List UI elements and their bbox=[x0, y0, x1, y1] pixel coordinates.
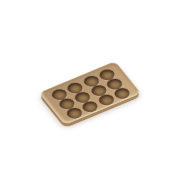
product-photo bbox=[0, 0, 175, 175]
